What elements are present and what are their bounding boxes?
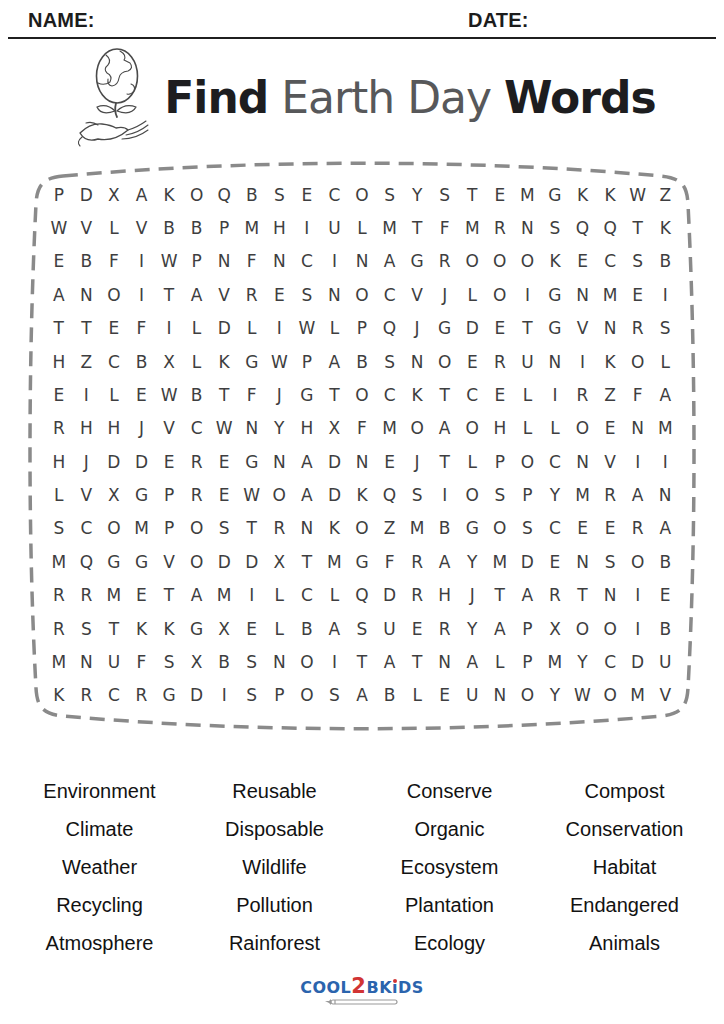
grid-cell-r2c14[interactable]: T <box>403 211 431 244</box>
grid-cell-r16c9[interactable]: P <box>266 679 294 712</box>
grid-cell-r9c4[interactable]: D <box>128 445 156 478</box>
grid-cell-r7c23[interactable]: A <box>651 378 679 411</box>
grid-cell-r3c15[interactable]: R <box>431 245 459 278</box>
grid-cell-r12c6[interactable]: O <box>183 545 211 578</box>
grid-cell-r4c1[interactable]: A <box>45 278 73 311</box>
grid-cell-r7c19[interactable]: I <box>541 378 569 411</box>
grid-cell-r13c21[interactable]: N <box>596 579 624 612</box>
grid-cell-r6c17[interactable]: R <box>486 345 514 378</box>
grid-cell-r13c22[interactable]: I <box>624 579 652 612</box>
grid-cell-r6c15[interactable]: O <box>431 345 459 378</box>
grid-cell-r7c22[interactable]: F <box>624 378 652 411</box>
grid-cell-r3c1[interactable]: E <box>45 245 73 278</box>
grid-cell-r7c17[interactable]: E <box>486 378 514 411</box>
grid-cell-r9c13[interactable]: E <box>376 445 404 478</box>
grid-cell-r12c9[interactable]: X <box>266 545 294 578</box>
grid-cell-r1c4[interactable]: A <box>128 178 156 211</box>
grid-cell-r2c18[interactable]: N <box>514 211 542 244</box>
grid-cell-r5c5[interactable]: I <box>155 312 183 345</box>
grid-cell-r4c5[interactable]: T <box>155 278 183 311</box>
grid-cell-r11c19[interactable]: C <box>541 512 569 545</box>
grid-cell-r3c5[interactable]: W <box>155 245 183 278</box>
grid-cell-r15c1[interactable]: M <box>45 645 73 678</box>
grid-cell-r11c4[interactable]: M <box>128 512 156 545</box>
grid-cell-r12c4[interactable]: G <box>128 545 156 578</box>
grid-cell-r2c5[interactable]: B <box>155 211 183 244</box>
grid-cell-r8c16[interactable]: O <box>458 412 486 445</box>
grid-cell-r15c23[interactable]: U <box>651 645 679 678</box>
grid-cell-r8c14[interactable]: O <box>403 412 431 445</box>
grid-cell-r14c8[interactable]: E <box>238 612 266 645</box>
grid-cell-r6c12[interactable]: B <box>348 345 376 378</box>
grid-cell-r13c15[interactable]: H <box>431 579 459 612</box>
grid-cell-r2c8[interactable]: M <box>238 211 266 244</box>
grid-cell-r10c18[interactable]: P <box>514 478 542 511</box>
grid-cell-r1c19[interactable]: G <box>541 178 569 211</box>
grid-cell-r16c14[interactable]: L <box>403 679 431 712</box>
grid-cell-r15c7[interactable]: B <box>210 645 238 678</box>
grid-cell-r11c22[interactable]: R <box>624 512 652 545</box>
grid-cell-r1c10[interactable]: E <box>293 178 321 211</box>
grid-cell-r15c13[interactable]: A <box>376 645 404 678</box>
grid-cell-r14c19[interactable]: X <box>541 612 569 645</box>
grid-cell-r7c5[interactable]: W <box>155 378 183 411</box>
grid-cell-r9c6[interactable]: R <box>183 445 211 478</box>
grid-cell-r8c2[interactable]: H <box>73 412 101 445</box>
grid-cell-r15c18[interactable]: P <box>514 645 542 678</box>
grid-cell-r4c15[interactable]: J <box>431 278 459 311</box>
grid-cell-r11c1[interactable]: S <box>45 512 73 545</box>
grid-cell-r6c2[interactable]: Z <box>73 345 101 378</box>
grid-cell-r6c3[interactable]: C <box>100 345 128 378</box>
grid-cell-r1c23[interactable]: Z <box>651 178 679 211</box>
grid-cell-r14c22[interactable]: I <box>624 612 652 645</box>
grid-cell-r4c7[interactable]: V <box>210 278 238 311</box>
grid-cell-r2c19[interactable]: S <box>541 211 569 244</box>
grid-cell-r2c3[interactable]: L <box>100 211 128 244</box>
grid-cell-r11c8[interactable]: T <box>238 512 266 545</box>
grid-cell-r1c21[interactable]: K <box>596 178 624 211</box>
grid-cell-r10c2[interactable]: V <box>73 478 101 511</box>
grid-cell-r13c18[interactable]: A <box>514 579 542 612</box>
grid-cell-r3c22[interactable]: S <box>624 245 652 278</box>
grid-cell-r10c11[interactable]: D <box>321 478 349 511</box>
grid-cell-r13c19[interactable]: R <box>541 579 569 612</box>
grid-cell-r7c13[interactable]: C <box>376 378 404 411</box>
grid-cell-r16c13[interactable]: B <box>376 679 404 712</box>
grid-cell-r7c10[interactable]: G <box>293 378 321 411</box>
grid-cell-r6c1[interactable]: H <box>45 345 73 378</box>
grid-cell-r2c4[interactable]: V <box>128 211 156 244</box>
grid-cell-r11c15[interactable]: B <box>431 512 459 545</box>
grid-cell-r6c21[interactable]: K <box>596 345 624 378</box>
grid-cell-r10c4[interactable]: G <box>128 478 156 511</box>
grid-cell-r13c11[interactable]: L <box>321 579 349 612</box>
grid-cell-r6c19[interactable]: N <box>541 345 569 378</box>
grid-cell-r15c8[interactable]: S <box>238 645 266 678</box>
grid-cell-r2c12[interactable]: L <box>348 211 376 244</box>
grid-cell-r12c17[interactable]: M <box>486 545 514 578</box>
grid-cell-r3c18[interactable]: O <box>514 245 542 278</box>
grid-cell-r5c9[interactable]: I <box>266 312 294 345</box>
grid-cell-r13c8[interactable]: I <box>238 579 266 612</box>
grid-cell-r8c3[interactable]: H <box>100 412 128 445</box>
grid-cell-r16c12[interactable]: A <box>348 679 376 712</box>
grid-cell-r12c2[interactable]: Q <box>73 545 101 578</box>
grid-cell-r1c12[interactable]: O <box>348 178 376 211</box>
grid-cell-r11c18[interactable]: S <box>514 512 542 545</box>
grid-cell-r6c9[interactable]: W <box>266 345 294 378</box>
grid-cell-r15c21[interactable]: C <box>596 645 624 678</box>
grid-cell-r10c3[interactable]: X <box>100 478 128 511</box>
grid-cell-r6c5[interactable]: X <box>155 345 183 378</box>
grid-cell-r7c11[interactable]: T <box>321 378 349 411</box>
grid-cell-r6c10[interactable]: P <box>293 345 321 378</box>
grid-cell-r4c16[interactable]: L <box>458 278 486 311</box>
grid-cell-r10c22[interactable]: A <box>624 478 652 511</box>
grid-cell-r9c2[interactable]: J <box>73 445 101 478</box>
grid-cell-r4c6[interactable]: A <box>183 278 211 311</box>
grid-cell-r14c21[interactable]: O <box>596 612 624 645</box>
grid-cell-r3c16[interactable]: O <box>458 245 486 278</box>
grid-cell-r15c11[interactable]: I <box>321 645 349 678</box>
grid-cell-r9c5[interactable]: E <box>155 445 183 478</box>
grid-cell-r14c18[interactable]: P <box>514 612 542 645</box>
grid-cell-r5c10[interactable]: W <box>293 312 321 345</box>
grid-cell-r9c8[interactable]: G <box>238 445 266 478</box>
grid-cell-r1c6[interactable]: O <box>183 178 211 211</box>
grid-cell-r16c3[interactable]: C <box>100 679 128 712</box>
grid-cell-r12c7[interactable]: D <box>210 545 238 578</box>
grid-cell-r8c4[interactable]: J <box>128 412 156 445</box>
grid-cell-r14c7[interactable]: X <box>210 612 238 645</box>
grid-cell-r10c20[interactable]: M <box>569 478 597 511</box>
grid-cell-r1c3[interactable]: X <box>100 178 128 211</box>
grid-cell-r11c12[interactable]: O <box>348 512 376 545</box>
grid-cell-r14c4[interactable]: K <box>128 612 156 645</box>
grid-cell-r11c9[interactable]: R <box>266 512 294 545</box>
grid-cell-r1c22[interactable]: W <box>624 178 652 211</box>
grid-cell-r7c8[interactable]: F <box>238 378 266 411</box>
grid-cell-r10c1[interactable]: L <box>45 478 73 511</box>
grid-cell-r10c7[interactable]: E <box>210 478 238 511</box>
grid-cell-r9c11[interactable]: D <box>321 445 349 478</box>
grid-cell-r16c22[interactable]: M <box>624 679 652 712</box>
grid-cell-r6c16[interactable]: E <box>458 345 486 378</box>
grid-cell-r5c21[interactable]: N <box>596 312 624 345</box>
grid-cell-r13c3[interactable]: M <box>100 579 128 612</box>
grid-cell-r13c10[interactable]: C <box>293 579 321 612</box>
grid-cell-r16c8[interactable]: S <box>238 679 266 712</box>
grid-cell-r12c21[interactable]: S <box>596 545 624 578</box>
grid-cell-r13c6[interactable]: A <box>183 579 211 612</box>
grid-cell-r12c5[interactable]: V <box>155 545 183 578</box>
grid-cell-r4c22[interactable]: E <box>624 278 652 311</box>
grid-cell-r9c1[interactable]: H <box>45 445 73 478</box>
grid-cell-r14c13[interactable]: U <box>376 612 404 645</box>
grid-cell-r7c18[interactable]: L <box>514 378 542 411</box>
grid-cell-r3c12[interactable]: N <box>348 245 376 278</box>
grid-cell-r4c13[interactable]: C <box>376 278 404 311</box>
grid-cell-r3c20[interactable]: E <box>569 245 597 278</box>
grid-cell-r14c20[interactable]: O <box>569 612 597 645</box>
grid-cell-r8c20[interactable]: O <box>569 412 597 445</box>
grid-cell-r15c22[interactable]: D <box>624 645 652 678</box>
grid-cell-r5c16[interactable]: D <box>458 312 486 345</box>
grid-cell-r3c14[interactable]: G <box>403 245 431 278</box>
grid-cell-r10c6[interactable]: R <box>183 478 211 511</box>
grid-cell-r4c10[interactable]: S <box>293 278 321 311</box>
grid-cell-r16c1[interactable]: K <box>45 679 73 712</box>
grid-cell-r6c6[interactable]: L <box>183 345 211 378</box>
grid-cell-r15c16[interactable]: A <box>458 645 486 678</box>
grid-cell-r2c6[interactable]: B <box>183 211 211 244</box>
grid-cell-r12c8[interactable]: D <box>238 545 266 578</box>
grid-cell-r13c16[interactable]: J <box>458 579 486 612</box>
grid-cell-r16c6[interactable]: D <box>183 679 211 712</box>
grid-cell-r15c2[interactable]: N <box>73 645 101 678</box>
grid-cell-r1c18[interactable]: M <box>514 178 542 211</box>
grid-cell-r12c14[interactable]: R <box>403 545 431 578</box>
grid-cell-r2c16[interactable]: M <box>458 211 486 244</box>
grid-cell-r3c23[interactable]: B <box>651 245 679 278</box>
grid-cell-r4c12[interactable]: O <box>348 278 376 311</box>
grid-cell-r15c3[interactable]: U <box>100 645 128 678</box>
grid-cell-r3c8[interactable]: F <box>238 245 266 278</box>
grid-cell-r12c16[interactable]: Y <box>458 545 486 578</box>
grid-cell-r11c16[interactable]: G <box>458 512 486 545</box>
grid-cell-r1c15[interactable]: S <box>431 178 459 211</box>
grid-cell-r7c20[interactable]: R <box>569 378 597 411</box>
grid-cell-r7c12[interactable]: O <box>348 378 376 411</box>
grid-cell-r7c3[interactable]: L <box>100 378 128 411</box>
grid-cell-r14c9[interactable]: L <box>266 612 294 645</box>
grid-cell-r1c5[interactable]: K <box>155 178 183 211</box>
grid-cell-r16c18[interactable]: O <box>514 679 542 712</box>
grid-cell-r4c20[interactable]: N <box>569 278 597 311</box>
grid-cell-r14c1[interactable]: R <box>45 612 73 645</box>
grid-cell-r2c13[interactable]: M <box>376 211 404 244</box>
grid-cell-r11c6[interactable]: O <box>183 512 211 545</box>
grid-cell-r8c21[interactable]: E <box>596 412 624 445</box>
grid-cell-r1c14[interactable]: Y <box>403 178 431 211</box>
grid-cell-r10c10[interactable]: A <box>293 478 321 511</box>
grid-cell-r8c18[interactable]: L <box>514 412 542 445</box>
grid-cell-r14c16[interactable]: Y <box>458 612 486 645</box>
grid-cell-r14c6[interactable]: G <box>183 612 211 645</box>
grid-cell-r7c2[interactable]: I <box>73 378 101 411</box>
grid-cell-r12c12[interactable]: G <box>348 545 376 578</box>
grid-cell-r1c1[interactable]: P <box>45 178 73 211</box>
grid-cell-r14c2[interactable]: S <box>73 612 101 645</box>
grid-cell-r15c15[interactable]: N <box>431 645 459 678</box>
grid-cell-r9c3[interactable]: D <box>100 445 128 478</box>
grid-cell-r5c6[interactable]: L <box>183 312 211 345</box>
grid-cell-r9c23[interactable]: I <box>651 445 679 478</box>
grid-cell-r12c10[interactable]: T <box>293 545 321 578</box>
grid-cell-r6c22[interactable]: O <box>624 345 652 378</box>
grid-cell-r13c13[interactable]: D <box>376 579 404 612</box>
grid-cell-r8c10[interactable]: H <box>293 412 321 445</box>
grid-cell-r8c6[interactable]: C <box>183 412 211 445</box>
grid-cell-r16c16[interactable]: U <box>458 679 486 712</box>
grid-cell-r8c17[interactable]: H <box>486 412 514 445</box>
grid-cell-r3c3[interactable]: F <box>100 245 128 278</box>
grid-cell-r10c8[interactable]: W <box>238 478 266 511</box>
grid-cell-r6c8[interactable]: G <box>238 345 266 378</box>
grid-cell-r14c3[interactable]: T <box>100 612 128 645</box>
grid-cell-r7c9[interactable]: J <box>266 378 294 411</box>
grid-cell-r8c7[interactable]: W <box>210 412 238 445</box>
grid-cell-r6c13[interactable]: S <box>376 345 404 378</box>
grid-cell-r9c17[interactable]: P <box>486 445 514 478</box>
grid-cell-r6c11[interactable]: A <box>321 345 349 378</box>
grid-cell-r4c8[interactable]: R <box>238 278 266 311</box>
grid-cell-r3c19[interactable]: K <box>541 245 569 278</box>
grid-cell-r9c19[interactable]: C <box>541 445 569 478</box>
grid-cell-r7c21[interactable]: Z <box>596 378 624 411</box>
grid-cell-r5c15[interactable]: G <box>431 312 459 345</box>
grid-cell-r11c14[interactable]: M <box>403 512 431 545</box>
grid-cell-r12c19[interactable]: E <box>541 545 569 578</box>
grid-cell-r1c20[interactable]: K <box>569 178 597 211</box>
grid-cell-r13c2[interactable]: R <box>73 579 101 612</box>
grid-cell-r7c16[interactable]: C <box>458 378 486 411</box>
grid-cell-r4c2[interactable]: N <box>73 278 101 311</box>
grid-cell-r10c19[interactable]: Y <box>541 478 569 511</box>
grid-cell-r1c9[interactable]: S <box>266 178 294 211</box>
grid-cell-r16c7[interactable]: I <box>210 679 238 712</box>
grid-cell-r16c23[interactable]: V <box>651 679 679 712</box>
grid-cell-r15c5[interactable]: S <box>155 645 183 678</box>
grid-cell-r7c15[interactable]: T <box>431 378 459 411</box>
grid-cell-r4c18[interactable]: I <box>514 278 542 311</box>
grid-cell-r16c21[interactable]: O <box>596 679 624 712</box>
grid-cell-r12c3[interactable]: G <box>100 545 128 578</box>
grid-cell-r10c9[interactable]: O <box>266 478 294 511</box>
grid-cell-r15c10[interactable]: O <box>293 645 321 678</box>
grid-cell-r9c21[interactable]: V <box>596 445 624 478</box>
grid-cell-r10c21[interactable]: R <box>596 478 624 511</box>
grid-cell-r5c7[interactable]: D <box>210 312 238 345</box>
grid-cell-r11c21[interactable]: E <box>596 512 624 545</box>
grid-cell-r14c14[interactable]: E <box>403 612 431 645</box>
grid-cell-r9c12[interactable]: N <box>348 445 376 478</box>
grid-cell-r12c23[interactable]: B <box>651 545 679 578</box>
grid-cell-r2c20[interactable]: Q <box>569 211 597 244</box>
grid-cell-r13c20[interactable]: T <box>569 579 597 612</box>
grid-cell-r12c22[interactable]: O <box>624 545 652 578</box>
grid-cell-r1c2[interactable]: D <box>73 178 101 211</box>
grid-cell-r5c1[interactable]: T <box>45 312 73 345</box>
grid-cell-r13c14[interactable]: R <box>403 579 431 612</box>
grid-cell-r8c8[interactable]: N <box>238 412 266 445</box>
grid-cell-r11c11[interactable]: K <box>321 512 349 545</box>
grid-cell-r16c15[interactable]: E <box>431 679 459 712</box>
grid-cell-r14c5[interactable]: K <box>155 612 183 645</box>
grid-cell-r5c23[interactable]: S <box>651 312 679 345</box>
grid-cell-r4c23[interactable]: I <box>651 278 679 311</box>
grid-cell-r7c4[interactable]: E <box>128 378 156 411</box>
grid-cell-r15c6[interactable]: X <box>183 645 211 678</box>
grid-cell-r12c15[interactable]: A <box>431 545 459 578</box>
grid-cell-r1c8[interactable]: B <box>238 178 266 211</box>
grid-cell-r12c1[interactable]: M <box>45 545 73 578</box>
grid-cell-r11c17[interactable]: O <box>486 512 514 545</box>
grid-cell-r8c19[interactable]: L <box>541 412 569 445</box>
grid-cell-r6c14[interactable]: N <box>403 345 431 378</box>
grid-cell-r11c5[interactable]: P <box>155 512 183 545</box>
grid-cell-r4c21[interactable]: M <box>596 278 624 311</box>
grid-cell-r9c14[interactable]: J <box>403 445 431 478</box>
grid-cell-r10c15[interactable]: I <box>431 478 459 511</box>
grid-cell-r1c17[interactable]: E <box>486 178 514 211</box>
grid-cell-r13c12[interactable]: Q <box>348 579 376 612</box>
grid-cell-r8c9[interactable]: Y <box>266 412 294 445</box>
grid-cell-r9c10[interactable]: A <box>293 445 321 478</box>
grid-cell-r15c20[interactable]: Y <box>569 645 597 678</box>
grid-cell-r14c10[interactable]: B <box>293 612 321 645</box>
grid-cell-r13c4[interactable]: E <box>128 579 156 612</box>
grid-cell-r1c16[interactable]: T <box>458 178 486 211</box>
grid-cell-r16c5[interactable]: G <box>155 679 183 712</box>
grid-cell-r1c13[interactable]: S <box>376 178 404 211</box>
grid-cell-r13c7[interactable]: M <box>210 579 238 612</box>
grid-cell-r6c18[interactable]: U <box>514 345 542 378</box>
grid-cell-r8c12[interactable]: F <box>348 412 376 445</box>
grid-cell-r16c11[interactable]: S <box>321 679 349 712</box>
grid-cell-r6c4[interactable]: B <box>128 345 156 378</box>
grid-cell-r5c13[interactable]: Q <box>376 312 404 345</box>
grid-cell-r11c23[interactable]: A <box>651 512 679 545</box>
grid-cell-r3c13[interactable]: A <box>376 245 404 278</box>
grid-cell-r14c11[interactable]: A <box>321 612 349 645</box>
grid-cell-r16c19[interactable]: Y <box>541 679 569 712</box>
grid-cell-r15c14[interactable]: T <box>403 645 431 678</box>
grid-cell-r2c7[interactable]: P <box>210 211 238 244</box>
grid-cell-r5c8[interactable]: L <box>238 312 266 345</box>
grid-cell-r5c18[interactable]: T <box>514 312 542 345</box>
grid-cell-r10c16[interactable]: O <box>458 478 486 511</box>
grid-cell-r7c6[interactable]: B <box>183 378 211 411</box>
grid-cell-r7c1[interactable]: E <box>45 378 73 411</box>
grid-cell-r16c10[interactable]: O <box>293 679 321 712</box>
grid-cell-r4c3[interactable]: O <box>100 278 128 311</box>
grid-cell-r11c7[interactable]: S <box>210 512 238 545</box>
grid-cell-r11c13[interactable]: Z <box>376 512 404 545</box>
grid-cell-r13c9[interactable]: L <box>266 579 294 612</box>
grid-cell-r7c7[interactable]: T <box>210 378 238 411</box>
grid-cell-r2c17[interactable]: R <box>486 211 514 244</box>
grid-cell-r8c5[interactable]: V <box>155 412 183 445</box>
grid-cell-r2c11[interactable]: U <box>321 211 349 244</box>
grid-cell-r15c9[interactable]: N <box>266 645 294 678</box>
grid-cell-r4c14[interactable]: V <box>403 278 431 311</box>
grid-cell-r4c19[interactable]: G <box>541 278 569 311</box>
grid-cell-r2c2[interactable]: V <box>73 211 101 244</box>
grid-cell-r13c17[interactable]: T <box>486 579 514 612</box>
grid-cell-r11c10[interactable]: N <box>293 512 321 545</box>
grid-cell-r14c23[interactable]: B <box>651 612 679 645</box>
grid-cell-r5c4[interactable]: F <box>128 312 156 345</box>
grid-cell-r3c11[interactable]: I <box>321 245 349 278</box>
grid-cell-r3c6[interactable]: P <box>183 245 211 278</box>
grid-cell-r4c9[interactable]: E <box>266 278 294 311</box>
grid-cell-r3c7[interactable]: N <box>210 245 238 278</box>
grid-cell-r11c20[interactable]: E <box>569 512 597 545</box>
grid-cell-r15c19[interactable]: M <box>541 645 569 678</box>
grid-cell-r6c23[interactable]: L <box>651 345 679 378</box>
